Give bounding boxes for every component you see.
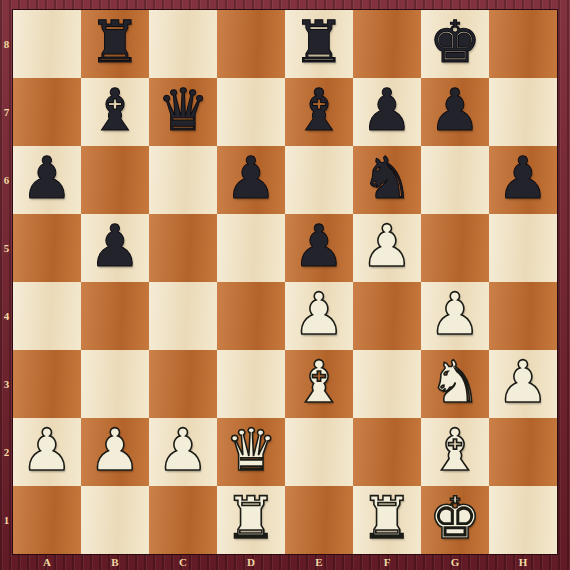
square-h2[interactable] xyxy=(489,418,557,486)
square-f2[interactable] xyxy=(353,418,421,486)
square-e2[interactable] xyxy=(285,418,353,486)
square-d4[interactable] xyxy=(217,282,285,350)
piece-black-rook[interactable]: ♜ xyxy=(293,10,345,76)
square-b6[interactable] xyxy=(81,146,149,214)
rank-label-2: 2 xyxy=(0,418,13,486)
square-f4[interactable] xyxy=(353,282,421,350)
square-f5[interactable]: ♟ xyxy=(353,214,421,282)
square-a3[interactable] xyxy=(13,350,81,418)
square-g2[interactable]: ♝ xyxy=(421,418,489,486)
piece-white-pawn[interactable]: ♟ xyxy=(497,350,549,416)
square-h6[interactable]: ♟ xyxy=(489,146,557,214)
square-a6[interactable]: ♟ xyxy=(13,146,81,214)
square-c1[interactable] xyxy=(149,486,217,554)
rank-labels: 87654321 xyxy=(0,10,13,554)
piece-white-pawn[interactable]: ♟ xyxy=(21,418,73,484)
square-e4[interactable]: ♟ xyxy=(285,282,353,350)
piece-white-king[interactable]: ♚ xyxy=(429,486,481,552)
square-e1[interactable] xyxy=(285,486,353,554)
piece-black-pawn[interactable]: ♟ xyxy=(429,78,481,144)
rank-label-7: 7 xyxy=(0,78,13,146)
square-b8[interactable]: ♜ xyxy=(81,10,149,78)
square-g3[interactable]: ♞ xyxy=(421,350,489,418)
square-c4[interactable] xyxy=(149,282,217,350)
piece-white-knight[interactable]: ♞ xyxy=(429,350,481,416)
square-c5[interactable] xyxy=(149,214,217,282)
piece-black-pawn[interactable]: ♟ xyxy=(293,214,345,280)
square-c2[interactable]: ♟ xyxy=(149,418,217,486)
file-label-c: C xyxy=(149,554,217,570)
square-e8[interactable]: ♜ xyxy=(285,10,353,78)
square-g4[interactable]: ♟ xyxy=(421,282,489,350)
square-b1[interactable] xyxy=(81,486,149,554)
square-a8[interactable] xyxy=(13,10,81,78)
file-label-g: G xyxy=(421,554,489,570)
file-label-h: H xyxy=(489,554,557,570)
piece-white-bishop[interactable]: ♝ xyxy=(293,350,345,416)
piece-black-pawn[interactable]: ♟ xyxy=(497,146,549,212)
square-h5[interactable] xyxy=(489,214,557,282)
square-a5[interactable] xyxy=(13,214,81,282)
square-f6[interactable]: ♞ xyxy=(353,146,421,214)
chess-board: ♜♜♚♝♛♝♟♟♟♟♞♟♟♟♟♟♟♝♞♟♟♟♟♛♝♜♜♚ xyxy=(13,10,557,554)
square-h4[interactable] xyxy=(489,282,557,350)
piece-black-bishop[interactable]: ♝ xyxy=(293,78,345,144)
file-labels: ABCDEFGH xyxy=(13,554,557,570)
square-f3[interactable] xyxy=(353,350,421,418)
file-label-a: A xyxy=(13,554,81,570)
rank-label-4: 4 xyxy=(0,282,13,350)
square-d7[interactable] xyxy=(217,78,285,146)
file-label-d: D xyxy=(217,554,285,570)
piece-white-pawn[interactable]: ♟ xyxy=(429,282,481,348)
square-a2[interactable]: ♟ xyxy=(13,418,81,486)
square-e6[interactable] xyxy=(285,146,353,214)
square-f8[interactable] xyxy=(353,10,421,78)
square-a7[interactable] xyxy=(13,78,81,146)
square-g5[interactable] xyxy=(421,214,489,282)
square-h8[interactable] xyxy=(489,10,557,78)
rank-label-3: 3 xyxy=(0,350,13,418)
piece-black-pawn[interactable]: ♟ xyxy=(225,146,277,212)
square-f7[interactable]: ♟ xyxy=(353,78,421,146)
square-d6[interactable]: ♟ xyxy=(217,146,285,214)
square-e3[interactable]: ♝ xyxy=(285,350,353,418)
square-g7[interactable]: ♟ xyxy=(421,78,489,146)
piece-white-rook[interactable]: ♜ xyxy=(361,486,413,552)
square-h1[interactable] xyxy=(489,486,557,554)
piece-black-pawn[interactable]: ♟ xyxy=(21,146,73,212)
square-b3[interactable] xyxy=(81,350,149,418)
piece-white-pawn[interactable]: ♟ xyxy=(157,418,209,484)
square-d3[interactable] xyxy=(217,350,285,418)
square-d2[interactable]: ♛ xyxy=(217,418,285,486)
square-c3[interactable] xyxy=(149,350,217,418)
piece-black-rook[interactable]: ♜ xyxy=(89,10,141,76)
square-g1[interactable]: ♚ xyxy=(421,486,489,554)
square-d1[interactable]: ♜ xyxy=(217,486,285,554)
square-a1[interactable] xyxy=(13,486,81,554)
file-label-b: B xyxy=(81,554,149,570)
square-h7[interactable] xyxy=(489,78,557,146)
square-a4[interactable] xyxy=(13,282,81,350)
square-e7[interactable]: ♝ xyxy=(285,78,353,146)
square-b7[interactable]: ♝ xyxy=(81,78,149,146)
piece-white-pawn[interactable]: ♟ xyxy=(89,418,141,484)
piece-white-pawn[interactable]: ♟ xyxy=(361,214,413,280)
rank-label-6: 6 xyxy=(0,146,13,214)
piece-black-pawn[interactable]: ♟ xyxy=(361,78,413,144)
rank-label-1: 1 xyxy=(0,486,13,554)
square-e5[interactable]: ♟ xyxy=(285,214,353,282)
file-label-f: F xyxy=(353,554,421,570)
square-g8[interactable]: ♚ xyxy=(421,10,489,78)
piece-black-pawn[interactable]: ♟ xyxy=(89,214,141,280)
square-g6[interactable] xyxy=(421,146,489,214)
piece-black-bishop[interactable]: ♝ xyxy=(89,78,141,144)
square-h3[interactable]: ♟ xyxy=(489,350,557,418)
square-d8[interactable] xyxy=(217,10,285,78)
square-b5[interactable]: ♟ xyxy=(81,214,149,282)
square-b2[interactable]: ♟ xyxy=(81,418,149,486)
square-c8[interactable] xyxy=(149,10,217,78)
square-c6[interactable] xyxy=(149,146,217,214)
piece-white-queen[interactable]: ♛ xyxy=(225,418,277,484)
piece-black-queen[interactable]: ♛ xyxy=(157,78,209,144)
square-c7[interactable]: ♛ xyxy=(149,78,217,146)
piece-white-bishop[interactable]: ♝ xyxy=(429,418,481,484)
piece-black-knight[interactable]: ♞ xyxy=(361,146,413,212)
square-f1[interactable]: ♜ xyxy=(353,486,421,554)
piece-black-king[interactable]: ♚ xyxy=(429,10,481,76)
piece-white-rook[interactable]: ♜ xyxy=(225,486,277,552)
piece-white-pawn[interactable]: ♟ xyxy=(293,282,345,348)
square-b4[interactable] xyxy=(81,282,149,350)
rank-label-8: 8 xyxy=(0,10,13,78)
rank-label-5: 5 xyxy=(0,214,13,282)
square-d5[interactable] xyxy=(217,214,285,282)
chess-diagram: 87654321 ♜♜♚♝♛♝♟♟♟♟♞♟♟♟♟♟♟♝♞♟♟♟♟♛♝♜♜♚ AB… xyxy=(0,0,570,570)
file-label-e: E xyxy=(285,554,353,570)
